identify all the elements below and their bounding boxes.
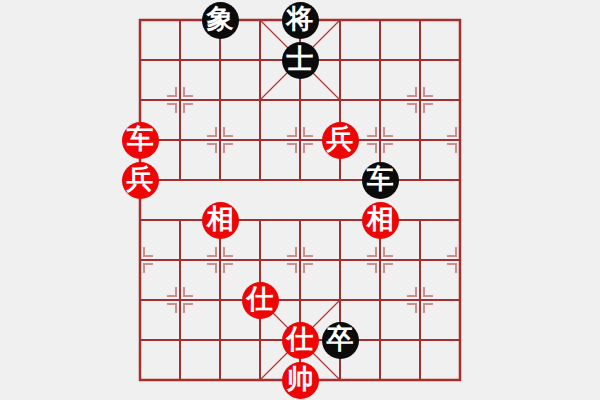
xiangqi-board: 象将士车兵兵车相相仕仕卒帅 <box>0 0 600 400</box>
piece-red-soldier[interactable]: 兵 <box>122 162 159 199</box>
piece-red-advisor[interactable]: 仕 <box>242 282 279 319</box>
board-grid: 象将士车兵兵车相相仕仕卒帅 <box>120 0 480 400</box>
piece-black-chariot[interactable]: 车 <box>362 162 399 199</box>
piece-black-general[interactable]: 将 <box>282 2 319 39</box>
piece-red-general[interactable]: 帅 <box>282 362 319 399</box>
piece-red-elephant[interactable]: 相 <box>362 202 399 239</box>
piece-black-advisor[interactable]: 士 <box>282 42 319 79</box>
piece-red-elephant[interactable]: 相 <box>202 202 239 239</box>
piece-black-soldier[interactable]: 卒 <box>322 322 359 359</box>
piece-red-advisor[interactable]: 仕 <box>282 322 319 359</box>
piece-red-chariot[interactable]: 车 <box>122 122 159 159</box>
piece-black-elephant[interactable]: 象 <box>202 2 239 39</box>
piece-red-soldier[interactable]: 兵 <box>322 122 359 159</box>
